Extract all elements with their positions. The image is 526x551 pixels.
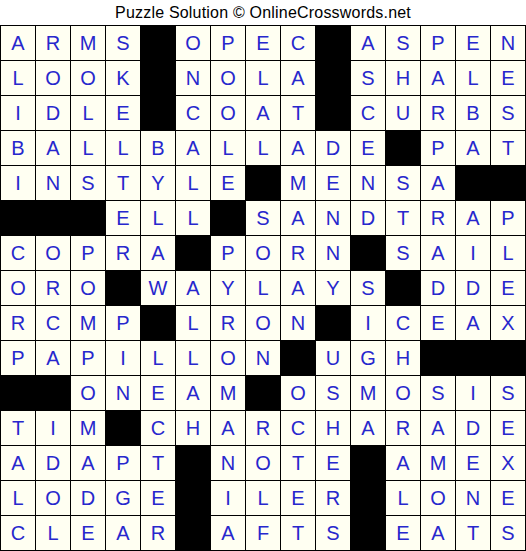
grid-cell-r13c15: X bbox=[491, 446, 526, 481]
grid-cell-r9c3: M bbox=[71, 306, 106, 341]
grid-cell-r3c6: C bbox=[176, 96, 211, 131]
grid-cell-r1c3: M bbox=[71, 26, 106, 61]
grid-cell-r11c10: S bbox=[316, 376, 351, 411]
grid-cell-r2c11: S bbox=[351, 61, 386, 96]
grid-cell-r12c2: I bbox=[36, 411, 71, 446]
grid-cell-r6c9: A bbox=[281, 201, 316, 236]
grid-cell-r11c11: M bbox=[351, 376, 386, 411]
grid-cell-r2c14: L bbox=[456, 61, 491, 96]
grid-cell-r3c13: R bbox=[421, 96, 456, 131]
black-square-r2c10 bbox=[316, 61, 351, 96]
grid-cell-r3c14: B bbox=[456, 96, 491, 131]
grid-cell-r2c2: O bbox=[36, 61, 71, 96]
grid-cell-r15c1: C bbox=[1, 516, 36, 551]
grid-cell-r6c15: P bbox=[491, 201, 526, 236]
grid-cell-r7c1: C bbox=[1, 236, 36, 271]
grid-cell-r10c10: U bbox=[316, 341, 351, 376]
grid-cell-r12c6: H bbox=[176, 411, 211, 446]
grid-cell-r14c7: I bbox=[211, 481, 246, 516]
grid-cell-r13c13: M bbox=[421, 446, 456, 481]
grid-cell-r10c12: H bbox=[386, 341, 421, 376]
black-square-r5c8 bbox=[246, 166, 281, 201]
black-square-r13c6 bbox=[176, 446, 211, 481]
grid-cell-r15c3: E bbox=[71, 516, 106, 551]
grid-cell-r5c6: L bbox=[176, 166, 211, 201]
grid-cell-r9c15: X bbox=[491, 306, 526, 341]
grid-cell-r14c14: N bbox=[456, 481, 491, 516]
black-square-r6c7 bbox=[211, 201, 246, 236]
grid-cell-r10c3: P bbox=[71, 341, 106, 376]
grid-cell-r7c13: A bbox=[421, 236, 456, 271]
grid-cell-r5c10: E bbox=[316, 166, 351, 201]
grid-cell-r2c7: O bbox=[211, 61, 246, 96]
grid-cell-r12c5: C bbox=[141, 411, 176, 446]
grid-cell-r9c8: O bbox=[246, 306, 281, 341]
grid-cell-r4c8: L bbox=[246, 131, 281, 166]
black-square-r14c6 bbox=[176, 481, 211, 516]
grid-cell-r5c7: E bbox=[211, 166, 246, 201]
grid-cell-r11c3: O bbox=[71, 376, 106, 411]
black-square-r7c11 bbox=[351, 236, 386, 271]
grid-cell-r15c5: R bbox=[141, 516, 176, 551]
grid-cell-r1c9: C bbox=[281, 26, 316, 61]
grid-cell-r15c13: A bbox=[421, 516, 456, 551]
grid-cell-r4c5: B bbox=[141, 131, 176, 166]
grid-cell-r11c6: A bbox=[176, 376, 211, 411]
grid-cell-r14c4: G bbox=[106, 481, 141, 516]
grid-cell-r9c7: R bbox=[211, 306, 246, 341]
black-square-r1c10 bbox=[316, 26, 351, 61]
grid-cell-r7c7: P bbox=[211, 236, 246, 271]
grid-cell-r5c12: S bbox=[386, 166, 421, 201]
grid-cell-r1c15: N bbox=[491, 26, 526, 61]
grid-cell-r9c11: I bbox=[351, 306, 386, 341]
grid-cell-r6c11: D bbox=[351, 201, 386, 236]
black-square-r10c13 bbox=[421, 341, 456, 376]
grid-cell-r7c2: O bbox=[36, 236, 71, 271]
grid-cell-r10c6: L bbox=[176, 341, 211, 376]
grid-cell-r7c4: R bbox=[106, 236, 141, 271]
grid-cell-r14c10: R bbox=[316, 481, 351, 516]
black-square-r5c14 bbox=[456, 166, 491, 201]
grid-cell-r1c8: E bbox=[246, 26, 281, 61]
grid-cell-r12c12: R bbox=[386, 411, 421, 446]
black-square-r8c4 bbox=[106, 271, 141, 306]
grid-cell-r9c4: P bbox=[106, 306, 141, 341]
grid-cell-r5c1: I bbox=[1, 166, 36, 201]
grid-cell-r6c13: R bbox=[421, 201, 456, 236]
grid-cell-r3c2: D bbox=[36, 96, 71, 131]
grid-cell-r15c2: L bbox=[36, 516, 71, 551]
grid-cell-r4c14: A bbox=[456, 131, 491, 166]
grid-cell-r7c10: N bbox=[316, 236, 351, 271]
grid-cell-r8c9: A bbox=[281, 271, 316, 306]
grid-cell-r2c13: A bbox=[421, 61, 456, 96]
grid-cell-r7c14: I bbox=[456, 236, 491, 271]
black-square-r15c11 bbox=[351, 516, 386, 551]
grid-cell-r3c8: A bbox=[246, 96, 281, 131]
grid-cell-r8c15: E bbox=[491, 271, 526, 306]
grid-cell-r10c4: I bbox=[106, 341, 141, 376]
grid-cell-r3c7: O bbox=[211, 96, 246, 131]
grid-cell-r15c9: T bbox=[281, 516, 316, 551]
grid-cell-r1c4: S bbox=[106, 26, 141, 61]
black-square-r6c3 bbox=[71, 201, 106, 236]
grid-cell-r5c5: Y bbox=[141, 166, 176, 201]
grid-cell-r11c9: O bbox=[281, 376, 316, 411]
grid-cell-r3c1: I bbox=[1, 96, 36, 131]
grid-cell-r14c12: L bbox=[386, 481, 421, 516]
grid-cell-r8c2: R bbox=[36, 271, 71, 306]
grid-cell-r3c3: L bbox=[71, 96, 106, 131]
grid-cell-r13c5: T bbox=[141, 446, 176, 481]
grid-cell-r14c8: L bbox=[246, 481, 281, 516]
black-square-r8c12 bbox=[386, 271, 421, 306]
grid-cell-r2c6: N bbox=[176, 61, 211, 96]
grid-cell-r4c9: A bbox=[281, 131, 316, 166]
grid-cell-r13c14: E bbox=[456, 446, 491, 481]
grid-cell-r14c5: E bbox=[141, 481, 176, 516]
grid-cell-r7c9: R bbox=[281, 236, 316, 271]
grid-cell-r8c10: Y bbox=[316, 271, 351, 306]
grid-cell-r10c5: L bbox=[141, 341, 176, 376]
grid-cell-r7c8: O bbox=[246, 236, 281, 271]
grid-cell-r9c9: N bbox=[281, 306, 316, 341]
grid-cell-r3c12: U bbox=[386, 96, 421, 131]
grid-cell-r4c4: L bbox=[106, 131, 141, 166]
grid-cell-r14c13: O bbox=[421, 481, 456, 516]
grid-cell-r8c6: A bbox=[176, 271, 211, 306]
grid-cell-r4c3: L bbox=[71, 131, 106, 166]
grid-cell-r10c2: A bbox=[36, 341, 71, 376]
grid-cell-r14c1: L bbox=[1, 481, 36, 516]
grid-cell-r15c4: A bbox=[106, 516, 141, 551]
black-square-r11c1 bbox=[1, 376, 36, 411]
grid-cell-r11c5: E bbox=[141, 376, 176, 411]
black-square-r15c6 bbox=[176, 516, 211, 551]
grid-cell-r9c14: A bbox=[456, 306, 491, 341]
grid-cell-r5c2: N bbox=[36, 166, 71, 201]
grid-cell-r2c1: L bbox=[1, 61, 36, 96]
grid-cell-r2c15: E bbox=[491, 61, 526, 96]
grid-cell-r3c9: T bbox=[281, 96, 316, 131]
grid-cell-r12c1: T bbox=[1, 411, 36, 446]
black-square-r9c5 bbox=[141, 306, 176, 341]
grid-cell-r13c4: P bbox=[106, 446, 141, 481]
grid-cell-r1c12: S bbox=[386, 26, 421, 61]
grid-cell-r8c5: W bbox=[141, 271, 176, 306]
black-square-r11c2 bbox=[36, 376, 71, 411]
grid-cell-r6c12: T bbox=[386, 201, 421, 236]
grid-cell-r4c6: A bbox=[176, 131, 211, 166]
grid-cell-r7c15: L bbox=[491, 236, 526, 271]
grid-cell-r8c13: D bbox=[421, 271, 456, 306]
grid-cell-r8c14: D bbox=[456, 271, 491, 306]
grid-cell-r12c8: R bbox=[246, 411, 281, 446]
black-square-r10c15 bbox=[491, 341, 526, 376]
grid-cell-r9c1: R bbox=[1, 306, 36, 341]
grid-cell-r14c9: E bbox=[281, 481, 316, 516]
grid-cell-r12c14: D bbox=[456, 411, 491, 446]
black-square-r6c1 bbox=[1, 201, 36, 236]
grid-cell-r9c2: C bbox=[36, 306, 71, 341]
black-square-r14c11 bbox=[351, 481, 386, 516]
grid-cell-r8c1: O bbox=[1, 271, 36, 306]
grid-cell-r13c9: T bbox=[281, 446, 316, 481]
grid-cell-r15c15: S bbox=[491, 516, 526, 551]
grid-cell-r11c15: S bbox=[491, 376, 526, 411]
grid-cell-r8c3: O bbox=[71, 271, 106, 306]
grid-cell-r1c2: R bbox=[36, 26, 71, 61]
grid-cell-r11c4: N bbox=[106, 376, 141, 411]
grid-cell-r14c15: E bbox=[491, 481, 526, 516]
black-square-r13c11 bbox=[351, 446, 386, 481]
grid-cell-r12c3: M bbox=[71, 411, 106, 446]
grid-cell-r2c3: O bbox=[71, 61, 106, 96]
grid-cell-r13c1: A bbox=[1, 446, 36, 481]
grid-cell-r12c10: H bbox=[316, 411, 351, 446]
grid-cell-r2c9: A bbox=[281, 61, 316, 96]
grid-cell-r6c8: S bbox=[246, 201, 281, 236]
crossword-grid: ARMSOPECASPENLOOKNOLASHALEIDLECOATCURBSB… bbox=[0, 25, 526, 551]
grid-cell-r4c7: L bbox=[211, 131, 246, 166]
grid-cell-r1c1: A bbox=[1, 26, 36, 61]
grid-cell-r12c7: A bbox=[211, 411, 246, 446]
grid-cell-r13c12: A bbox=[386, 446, 421, 481]
grid-cell-r10c11: G bbox=[351, 341, 386, 376]
grid-cell-r11c13: S bbox=[421, 376, 456, 411]
grid-cell-r9c6: L bbox=[176, 306, 211, 341]
grid-cell-r4c1: B bbox=[1, 131, 36, 166]
grid-cell-r2c4: K bbox=[106, 61, 141, 96]
grid-cell-r11c14: I bbox=[456, 376, 491, 411]
grid-cell-r7c12: S bbox=[386, 236, 421, 271]
grid-cell-r4c15: T bbox=[491, 131, 526, 166]
grid-cell-r1c7: P bbox=[211, 26, 246, 61]
grid-cell-r9c12: C bbox=[386, 306, 421, 341]
grid-cell-r11c7: M bbox=[211, 376, 246, 411]
grid-cell-r6c10: N bbox=[316, 201, 351, 236]
grid-cell-r15c12: E bbox=[386, 516, 421, 551]
grid-cell-r1c13: P bbox=[421, 26, 456, 61]
black-square-r5c15 bbox=[491, 166, 526, 201]
grid-cell-r7c5: A bbox=[141, 236, 176, 271]
grid-cell-r11c12: O bbox=[386, 376, 421, 411]
black-square-r3c5 bbox=[141, 96, 176, 131]
grid-cell-r9c13: E bbox=[421, 306, 456, 341]
grid-cell-r10c7: O bbox=[211, 341, 246, 376]
grid-cell-r5c11: N bbox=[351, 166, 386, 201]
grid-cell-r10c1: P bbox=[1, 341, 36, 376]
grid-cell-r5c9: M bbox=[281, 166, 316, 201]
grid-cell-r14c3: D bbox=[71, 481, 106, 516]
grid-cell-r1c14: E bbox=[456, 26, 491, 61]
grid-cell-r14c2: O bbox=[36, 481, 71, 516]
black-square-r7c6 bbox=[176, 236, 211, 271]
grid-cell-r4c2: A bbox=[36, 131, 71, 166]
grid-cell-r6c5: L bbox=[141, 201, 176, 236]
grid-cell-r2c8: L bbox=[246, 61, 281, 96]
grid-cell-r1c6: O bbox=[176, 26, 211, 61]
black-square-r6c2 bbox=[36, 201, 71, 236]
grid-cell-r12c9: C bbox=[281, 411, 316, 446]
grid-cell-r8c8: L bbox=[246, 271, 281, 306]
grid-cell-r13c2: D bbox=[36, 446, 71, 481]
grid-cell-r15c14: T bbox=[456, 516, 491, 551]
grid-cell-r3c11: C bbox=[351, 96, 386, 131]
black-square-r1c5 bbox=[141, 26, 176, 61]
grid-cell-r10c8: N bbox=[246, 341, 281, 376]
grid-cell-r3c4: E bbox=[106, 96, 141, 131]
page-title: Puzzle Solution © OnlineCrosswords.net bbox=[0, 0, 526, 25]
black-square-r10c9 bbox=[281, 341, 316, 376]
grid-cell-r13c3: A bbox=[71, 446, 106, 481]
grid-cell-r13c10: E bbox=[316, 446, 351, 481]
grid-cell-r12c13: A bbox=[421, 411, 456, 446]
black-square-r2c5 bbox=[141, 61, 176, 96]
grid-cell-r8c11: S bbox=[351, 271, 386, 306]
grid-cell-r3c15: S bbox=[491, 96, 526, 131]
grid-cell-r4c13: P bbox=[421, 131, 456, 166]
grid-cell-r15c10: S bbox=[316, 516, 351, 551]
grid-cell-r5c3: S bbox=[71, 166, 106, 201]
black-square-r10c14 bbox=[456, 341, 491, 376]
black-square-r4c12 bbox=[386, 131, 421, 166]
grid-cell-r4c11: E bbox=[351, 131, 386, 166]
grid-cell-r2c12: H bbox=[386, 61, 421, 96]
grid-cell-r6c6: L bbox=[176, 201, 211, 236]
grid-cell-r1c11: A bbox=[351, 26, 386, 61]
grid-cell-r6c4: E bbox=[106, 201, 141, 236]
grid-cell-r7c3: P bbox=[71, 236, 106, 271]
black-square-r11c8 bbox=[246, 376, 281, 411]
grid-cell-r12c11: A bbox=[351, 411, 386, 446]
grid-cell-r12c15: E bbox=[491, 411, 526, 446]
grid-cell-r15c7: A bbox=[211, 516, 246, 551]
grid-cell-r8c7: Y bbox=[211, 271, 246, 306]
grid-cell-r5c4: T bbox=[106, 166, 141, 201]
grid-cell-r15c8: F bbox=[246, 516, 281, 551]
black-square-r9c10 bbox=[316, 306, 351, 341]
grid-cell-r13c8: O bbox=[246, 446, 281, 481]
black-square-r3c10 bbox=[316, 96, 351, 131]
grid-cell-r13c7: N bbox=[211, 446, 246, 481]
black-square-r12c4 bbox=[106, 411, 141, 446]
grid-cell-r4c10: D bbox=[316, 131, 351, 166]
grid-cell-r6c14: A bbox=[456, 201, 491, 236]
grid-cell-r5c13: A bbox=[421, 166, 456, 201]
